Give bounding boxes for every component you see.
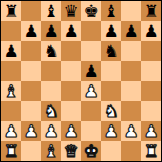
- square-c4[interactable]: [41, 81, 61, 101]
- white-pawn: ♟: [123, 121, 138, 141]
- square-e8[interactable]: ♚: [81, 1, 101, 21]
- square-b3[interactable]: [21, 101, 41, 121]
- square-g2[interactable]: ♟: [121, 121, 141, 141]
- square-h5[interactable]: [141, 61, 161, 81]
- square-g7[interactable]: ♟: [121, 21, 141, 41]
- square-d8[interactable]: ♛: [61, 1, 81, 21]
- square-b7[interactable]: ♟: [21, 21, 41, 41]
- square-e4[interactable]: ♟: [81, 81, 101, 101]
- square-f1[interactable]: [101, 141, 121, 161]
- square-d5[interactable]: [61, 61, 81, 81]
- white-queen: ♛: [63, 141, 78, 161]
- square-f7[interactable]: ♟: [101, 21, 121, 41]
- square-h6[interactable]: [141, 41, 161, 61]
- white-pawn: ♟: [43, 121, 58, 141]
- square-h7[interactable]: ♟: [141, 21, 161, 41]
- square-h4[interactable]: [141, 81, 161, 101]
- square-e2[interactable]: [81, 121, 101, 141]
- black-queen: ♛: [63, 1, 78, 21]
- square-h2[interactable]: ♟: [141, 121, 161, 141]
- white-pawn: ♟: [103, 121, 118, 141]
- white-king: ♚: [83, 141, 98, 161]
- white-rook: ♜: [3, 141, 18, 161]
- square-a7[interactable]: [1, 21, 21, 41]
- square-e6[interactable]: [81, 41, 101, 61]
- square-a4[interactable]: ♝: [1, 81, 21, 101]
- square-d6[interactable]: [61, 41, 81, 61]
- square-b1[interactable]: [21, 141, 41, 161]
- black-knight: ♞: [43, 41, 58, 61]
- square-g6[interactable]: [121, 41, 141, 61]
- square-a8[interactable]: ♜: [1, 1, 21, 21]
- white-knight: ♞: [43, 101, 58, 121]
- black-king: ♚: [83, 1, 98, 21]
- chess-board: ♜♝♛♚♝♜♟♟♟♟♟♟♟♞♞♟♝♟♞♞♟♟♟♟♟♟♟♜♝♛♚♜: [1, 1, 161, 161]
- square-c1[interactable]: ♝: [41, 141, 61, 161]
- black-pawn: ♟: [143, 21, 158, 41]
- square-f5[interactable]: [101, 61, 121, 81]
- square-a6[interactable]: ♟: [1, 41, 21, 61]
- square-f6[interactable]: ♞: [101, 41, 121, 61]
- square-a1[interactable]: ♜: [1, 141, 21, 161]
- square-c5[interactable]: [41, 61, 61, 81]
- white-pawn: ♟: [63, 121, 78, 141]
- black-bishop: ♝: [43, 1, 58, 21]
- black-pawn: ♟: [23, 21, 38, 41]
- square-f3[interactable]: ♞: [101, 101, 121, 121]
- square-d1[interactable]: ♛: [61, 141, 81, 161]
- square-c2[interactable]: ♟: [41, 121, 61, 141]
- square-c6[interactable]: ♞: [41, 41, 61, 61]
- square-g4[interactable]: [121, 81, 141, 101]
- square-h1[interactable]: ♜: [141, 141, 161, 161]
- white-knight: ♞: [103, 101, 118, 121]
- square-d3[interactable]: [61, 101, 81, 121]
- black-pawn: ♟: [103, 21, 118, 41]
- square-h3[interactable]: [141, 101, 161, 121]
- black-bishop: ♝: [103, 1, 118, 21]
- square-b4[interactable]: [21, 81, 41, 101]
- square-d2[interactable]: ♟: [61, 121, 81, 141]
- square-a2[interactable]: ♟: [1, 121, 21, 141]
- square-a5[interactable]: [1, 61, 21, 81]
- square-g1[interactable]: [121, 141, 141, 161]
- white-pawn: ♟: [143, 121, 158, 141]
- white-pawn: ♟: [3, 121, 18, 141]
- square-c3[interactable]: ♞: [41, 101, 61, 121]
- black-pawn: ♟: [123, 21, 138, 41]
- white-bishop: ♝: [3, 81, 18, 101]
- square-c7[interactable]: ♟: [41, 21, 61, 41]
- square-g5[interactable]: [121, 61, 141, 81]
- black-rook: ♜: [143, 1, 158, 21]
- square-g3[interactable]: [121, 101, 141, 121]
- white-pawn: ♟: [83, 81, 98, 101]
- square-b2[interactable]: ♟: [21, 121, 41, 141]
- square-b6[interactable]: [21, 41, 41, 61]
- black-knight: ♞: [103, 41, 118, 61]
- square-h8[interactable]: ♜: [141, 1, 161, 21]
- square-f2[interactable]: ♟: [101, 121, 121, 141]
- black-pawn: ♟: [63, 21, 78, 41]
- black-pawn: ♟: [3, 41, 18, 61]
- square-a3[interactable]: [1, 101, 21, 121]
- square-g8[interactable]: [121, 1, 141, 21]
- square-b5[interactable]: [21, 61, 41, 81]
- square-f8[interactable]: ♝: [101, 1, 121, 21]
- white-bishop: ♝: [43, 141, 58, 161]
- black-pawn: ♟: [43, 21, 58, 41]
- square-f4[interactable]: [101, 81, 121, 101]
- white-rook: ♜: [143, 141, 158, 161]
- square-c8[interactable]: ♝: [41, 1, 61, 21]
- black-rook: ♜: [3, 1, 18, 21]
- square-d4[interactable]: [61, 81, 81, 101]
- square-e1[interactable]: ♚: [81, 141, 101, 161]
- square-e7[interactable]: [81, 21, 101, 41]
- square-b8[interactable]: [21, 1, 41, 21]
- black-pawn: ♟: [83, 61, 98, 81]
- white-pawn: ♟: [23, 121, 38, 141]
- chess-board-frame: ♜♝♛♚♝♜♟♟♟♟♟♟♟♞♞♟♝♟♞♞♟♟♟♟♟♟♟♜♝♛♚♜: [0, 0, 162, 162]
- square-e3[interactable]: [81, 101, 101, 121]
- square-e5[interactable]: ♟: [81, 61, 101, 81]
- square-d7[interactable]: ♟: [61, 21, 81, 41]
